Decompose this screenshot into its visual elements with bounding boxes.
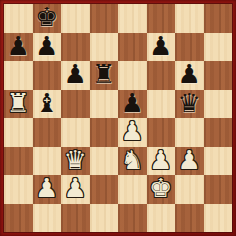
square-h7[interactable]: [204, 33, 233, 62]
chess-board: ♚♟♟♟♟♜♟♜♝♟♛♟♛♞♟♟♟♟♚: [4, 4, 232, 232]
square-d6[interactable]: ♜: [90, 61, 119, 90]
white-rook[interactable]: ♜: [7, 90, 30, 116]
square-g2[interactable]: [175, 175, 204, 204]
square-c2[interactable]: ♟: [61, 175, 90, 204]
square-d8[interactable]: [90, 4, 119, 33]
square-g6[interactable]: ♟: [175, 61, 204, 90]
square-a3[interactable]: [4, 147, 33, 176]
white-pawn[interactable]: ♟: [178, 147, 201, 173]
square-d7[interactable]: [90, 33, 119, 62]
black-king[interactable]: ♚: [35, 4, 58, 30]
square-d2[interactable]: [90, 175, 119, 204]
black-queen[interactable]: ♛: [178, 90, 201, 116]
square-b1[interactable]: [33, 204, 62, 233]
white-pawn[interactable]: ♟: [64, 175, 87, 201]
square-e4[interactable]: ♟: [118, 118, 147, 147]
square-d4[interactable]: [90, 118, 119, 147]
square-g4[interactable]: [175, 118, 204, 147]
white-pawn[interactable]: ♟: [35, 175, 58, 201]
square-f6[interactable]: [147, 61, 176, 90]
white-pawn[interactable]: ♟: [149, 147, 172, 173]
square-b7[interactable]: ♟: [33, 33, 62, 62]
square-e7[interactable]: [118, 33, 147, 62]
black-pawn[interactable]: ♟: [178, 61, 201, 87]
black-bishop[interactable]: ♝: [35, 90, 58, 116]
square-e6[interactable]: [118, 61, 147, 90]
square-h4[interactable]: [204, 118, 233, 147]
square-f3[interactable]: ♟: [147, 147, 176, 176]
square-d5[interactable]: [90, 90, 119, 119]
square-f7[interactable]: ♟: [147, 33, 176, 62]
square-f2[interactable]: ♚: [147, 175, 176, 204]
black-pawn[interactable]: ♟: [35, 33, 58, 59]
square-a2[interactable]: [4, 175, 33, 204]
square-d3[interactable]: [90, 147, 119, 176]
square-c4[interactable]: [61, 118, 90, 147]
square-c8[interactable]: [61, 4, 90, 33]
square-h6[interactable]: [204, 61, 233, 90]
square-b4[interactable]: [33, 118, 62, 147]
square-b2[interactable]: ♟: [33, 175, 62, 204]
square-e5[interactable]: ♟: [118, 90, 147, 119]
square-h1[interactable]: [204, 204, 233, 233]
white-pawn[interactable]: ♟: [121, 118, 144, 144]
square-f1[interactable]: [147, 204, 176, 233]
square-f4[interactable]: [147, 118, 176, 147]
black-rook[interactable]: ♜: [92, 61, 115, 87]
square-h5[interactable]: [204, 90, 233, 119]
black-pawn[interactable]: ♟: [64, 61, 87, 87]
square-h8[interactable]: [204, 4, 233, 33]
square-b3[interactable]: [33, 147, 62, 176]
square-a4[interactable]: [4, 118, 33, 147]
white-queen[interactable]: ♛: [64, 147, 87, 173]
square-g3[interactable]: ♟: [175, 147, 204, 176]
square-a6[interactable]: [4, 61, 33, 90]
square-a8[interactable]: [4, 4, 33, 33]
square-d1[interactable]: [90, 204, 119, 233]
square-b6[interactable]: [33, 61, 62, 90]
square-c5[interactable]: [61, 90, 90, 119]
square-a1[interactable]: [4, 204, 33, 233]
square-h2[interactable]: [204, 175, 233, 204]
white-knight[interactable]: ♞: [121, 147, 144, 173]
square-e8[interactable]: [118, 4, 147, 33]
square-b5[interactable]: ♝: [33, 90, 62, 119]
black-pawn[interactable]: ♟: [121, 90, 144, 116]
square-c7[interactable]: [61, 33, 90, 62]
square-a5[interactable]: ♜: [4, 90, 33, 119]
chess-board-frame: ♚♟♟♟♟♜♟♜♝♟♛♟♛♞♟♟♟♟♚: [0, 0, 236, 236]
black-pawn[interactable]: ♟: [7, 33, 30, 59]
square-g7[interactable]: [175, 33, 204, 62]
square-e2[interactable]: [118, 175, 147, 204]
square-a7[interactable]: ♟: [4, 33, 33, 62]
square-h3[interactable]: [204, 147, 233, 176]
black-pawn[interactable]: ♟: [149, 33, 172, 59]
square-c6[interactable]: ♟: [61, 61, 90, 90]
square-c1[interactable]: [61, 204, 90, 233]
square-f5[interactable]: [147, 90, 176, 119]
square-g1[interactable]: [175, 204, 204, 233]
square-g8[interactable]: [175, 4, 204, 33]
square-b8[interactable]: ♚: [33, 4, 62, 33]
square-e3[interactable]: ♞: [118, 147, 147, 176]
square-e1[interactable]: [118, 204, 147, 233]
square-c3[interactable]: ♛: [61, 147, 90, 176]
square-f8[interactable]: [147, 4, 176, 33]
square-g5[interactable]: ♛: [175, 90, 204, 119]
white-king[interactable]: ♚: [149, 175, 172, 201]
